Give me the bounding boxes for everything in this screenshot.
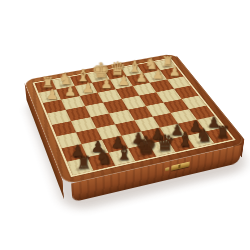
piece-white-pawn[interactable]: ♟ (64, 84, 76, 98)
square-h8[interactable]: ♜ (67, 157, 94, 175)
piece-black-knight[interactable]: ♞ (96, 148, 113, 167)
piece-white-pawn[interactable]: ♟ (152, 68, 164, 81)
chess-box: ♜♞♝♚♛♝♞♜♟♟♟♟♟♟♟♟♟♟♟♟♟♟♟♟♜♞♝♚♛♝♞♜ (24, 53, 248, 185)
piece-black-bishop[interactable]: ♝ (177, 131, 194, 150)
brass-latch-icon (171, 161, 190, 170)
piece-white-pawn[interactable]: ♟ (46, 87, 58, 101)
piece-black-queen[interactable]: ♛ (155, 132, 175, 154)
square-f4[interactable] (85, 103, 109, 117)
piece-white-pawn[interactable]: ♟ (100, 77, 112, 90)
piece-black-rook[interactable]: ♜ (75, 155, 90, 172)
square-a5[interactable] (181, 95, 206, 109)
product-photo: ♜♞♝♚♛♝♞♜♟♟♟♟♟♟♟♟♟♟♟♟♟♟♟♟♜♞♝♚♛♝♞♜ (0, 0, 250, 250)
piece-white-pawn[interactable]: ♟ (135, 71, 147, 84)
piece-white-pawn[interactable]: ♟ (169, 64, 181, 77)
piece-black-king[interactable]: ♚ (134, 134, 156, 158)
piece-black-bishop[interactable]: ♝ (116, 144, 133, 163)
piece-white-pawn[interactable]: ♟ (118, 74, 130, 87)
piece-black-rook[interactable]: ♜ (216, 125, 230, 141)
piece-black-knight[interactable]: ♞ (196, 127, 212, 145)
piece-white-pawn[interactable]: ♟ (82, 80, 94, 93)
